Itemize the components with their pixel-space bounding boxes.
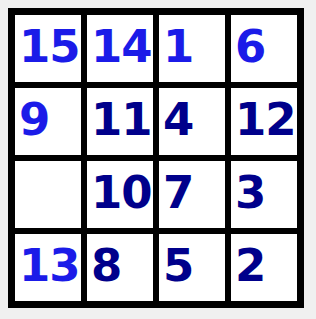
tile-4-label: 4 — [163, 97, 193, 142]
tile-13-label: 13 — [19, 243, 80, 288]
tile-5[interactable]: 5 — [159, 234, 225, 301]
tile-3[interactable]: 3 — [231, 161, 297, 228]
tile-13[interactable]: 13 — [15, 234, 81, 301]
tile-5-label: 5 — [163, 243, 193, 288]
tile-9-label: 9 — [19, 97, 49, 142]
tile-8[interactable]: 8 — [87, 234, 153, 301]
tile-14[interactable]: 14 — [87, 15, 153, 82]
tile-15-label: 15 — [19, 24, 80, 69]
tile-7-label: 7 — [163, 170, 193, 215]
tile-15[interactable]: 15 — [15, 15, 81, 82]
tile-2-label: 2 — [235, 243, 265, 288]
tile-6[interactable]: 6 — [231, 15, 297, 82]
tile-9[interactable]: 9 — [15, 88, 81, 155]
tile-1[interactable]: 1 — [159, 15, 225, 82]
tile-2[interactable]: 2 — [231, 234, 297, 301]
tile-12-label: 12 — [235, 97, 296, 142]
tile-11-label: 11 — [91, 97, 152, 142]
tile-7[interactable]: 7 — [159, 161, 225, 228]
fifteen-puzzle-board: 15 14 1 6 9 11 4 12 10 7 3 13 8 5 2 — [8, 8, 304, 308]
tile-3-label: 3 — [235, 170, 265, 215]
tile-10[interactable]: 10 — [87, 161, 153, 228]
tile-14-label: 14 — [91, 24, 152, 69]
tile-8-label: 8 — [91, 243, 121, 288]
tile-6-label: 6 — [235, 24, 265, 69]
empty-cell — [15, 161, 81, 228]
tile-4[interactable]: 4 — [159, 88, 225, 155]
tile-10-label: 10 — [91, 170, 152, 215]
tile-1-label: 1 — [163, 24, 193, 69]
tile-11[interactable]: 11 — [87, 88, 153, 155]
tile-12[interactable]: 12 — [231, 88, 297, 155]
